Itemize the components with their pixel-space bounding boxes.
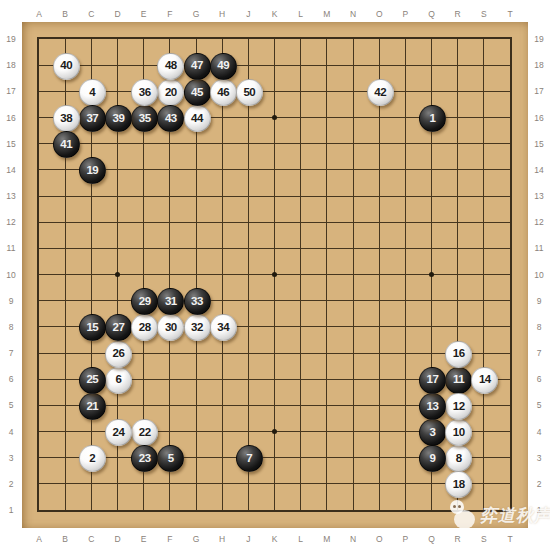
stone-20-white-F17: 20: [157, 79, 184, 106]
stone-46-white-H17: 46: [210, 79, 237, 106]
stone-23-black-E3: 23: [131, 445, 158, 472]
stone-17-black-Q6: 17: [419, 367, 446, 394]
move-number: 43: [165, 113, 177, 125]
move-number: 27: [113, 322, 125, 334]
move-number: 49: [217, 60, 229, 72]
move-number: 25: [86, 374, 98, 386]
move-number: 17: [427, 374, 439, 386]
stone-18-white-R2: 18: [445, 471, 472, 498]
stone-11-black-R6: 11: [445, 367, 472, 394]
stone-14-white-S6: 14: [471, 367, 498, 394]
stone-28-white-E8: 28: [131, 314, 158, 341]
move-number: 5: [168, 453, 174, 465]
stone-2-white-C3: 2: [79, 445, 106, 472]
stone-44-white-G16: 44: [184, 105, 211, 132]
move-number: 28: [139, 322, 151, 334]
stone-21-black-C5: 21: [79, 393, 106, 420]
move-number: 9: [430, 453, 436, 465]
move-number: 13: [427, 401, 439, 413]
move-number: 41: [60, 139, 72, 151]
move-number: 38: [60, 113, 72, 125]
stone-27-black-D8: 27: [105, 314, 132, 341]
stone-1-black-Q16: 1: [419, 105, 446, 132]
move-number: 32: [191, 322, 203, 334]
stone-36-white-E17: 36: [131, 79, 158, 106]
stone-4-white-C17: 4: [79, 79, 106, 106]
move-number: 20: [165, 87, 177, 99]
stone-35-black-E16: 35: [131, 105, 158, 132]
move-number: 33: [191, 296, 203, 308]
stone-6-white-D6: 6: [105, 367, 132, 394]
stone-10-white-R4: 10: [445, 419, 472, 446]
stone-48-white-F18: 48: [157, 53, 184, 80]
stone-25-black-C6: 25: [79, 367, 106, 394]
stone-16-white-R7: 16: [445, 341, 472, 368]
move-number: 15: [86, 322, 98, 334]
stone-22-white-E4: 22: [131, 419, 158, 446]
stone-29-black-E9: 29: [131, 288, 158, 315]
move-number: 31: [165, 296, 177, 308]
move-number: 39: [113, 113, 125, 125]
stone-49-black-H18: 49: [210, 53, 237, 80]
stone-38-white-B16: 38: [53, 105, 80, 132]
move-number: 29: [139, 296, 151, 308]
move-number: 48: [165, 60, 177, 72]
move-number: 11: [453, 374, 464, 386]
move-number: 14: [479, 374, 491, 386]
stone-33-black-G9: 33: [184, 288, 211, 315]
move-number: 36: [139, 87, 151, 99]
stone-43-black-F16: 43: [157, 105, 184, 132]
move-number: 12: [453, 401, 465, 413]
watermark: 弈道秋声: [447, 499, 550, 533]
stone-30-white-F8: 30: [157, 314, 184, 341]
move-number: 6: [116, 374, 122, 386]
move-number: 40: [60, 60, 72, 72]
stone-47-black-G18: 47: [184, 53, 211, 80]
stone-50-white-J17: 50: [236, 79, 263, 106]
move-number: 19: [86, 165, 98, 177]
move-number: 47: [191, 60, 203, 72]
move-number: 50: [243, 87, 255, 99]
panda-mascot-icon: [447, 500, 479, 532]
stone-19-black-C14: 19: [79, 157, 106, 184]
move-number: 44: [191, 113, 203, 125]
watermark-text: 弈道秋声: [480, 504, 550, 527]
move-number: 34: [217, 322, 229, 334]
move-number: 30: [165, 322, 177, 334]
stone-26-white-D7: 26: [105, 341, 132, 368]
stone-15-black-C8: 15: [79, 314, 106, 341]
stone-24-white-D4: 24: [105, 419, 132, 446]
move-number: 46: [217, 87, 229, 99]
stone-40-white-B18: 40: [53, 53, 80, 80]
move-number: 7: [246, 453, 252, 465]
move-number: 10: [453, 427, 465, 439]
stone-45-black-G17: 45: [184, 79, 211, 106]
stone-34-white-H8: 34: [210, 314, 237, 341]
move-number: 3: [430, 427, 436, 439]
stone-41-black-B15: 41: [53, 131, 80, 158]
move-number: 45: [191, 87, 203, 99]
go-game-diagram: AABBCCDDEEFFGGHHJJKKLLMMNNOOPPQQRRSSTT19…: [0, 0, 550, 550]
move-number: 16: [453, 348, 465, 360]
stone-5-black-F3: 5: [157, 445, 184, 472]
move-number: 1: [430, 113, 436, 125]
move-number: 2: [89, 453, 95, 465]
stone-12-white-R5: 12: [445, 393, 472, 420]
stone-8-white-R3: 8: [445, 445, 472, 472]
move-number: 35: [139, 113, 151, 125]
stone-39-black-D16: 39: [105, 105, 132, 132]
move-number: 4: [89, 87, 95, 99]
move-number: 24: [113, 427, 125, 439]
move-number: 42: [374, 87, 386, 99]
stone-42-white-O17: 42: [367, 79, 394, 106]
move-number: 18: [453, 479, 465, 491]
move-number: 8: [456, 453, 462, 465]
move-number: 37: [86, 113, 98, 125]
stones-layer: 1234567891011121314151617181920212223242…: [0, 0, 550, 550]
move-number: 22: [139, 427, 151, 439]
stone-37-black-C16: 37: [79, 105, 106, 132]
stone-3-black-Q4: 3: [419, 419, 446, 446]
stone-7-black-J3: 7: [236, 445, 263, 472]
move-number: 26: [113, 348, 125, 360]
move-number: 21: [86, 401, 98, 413]
stone-13-black-Q5: 13: [419, 393, 446, 420]
move-number: 23: [139, 453, 151, 465]
stone-32-white-G8: 32: [184, 314, 211, 341]
stone-9-black-Q3: 9: [419, 445, 446, 472]
stone-31-black-F9: 31: [157, 288, 184, 315]
